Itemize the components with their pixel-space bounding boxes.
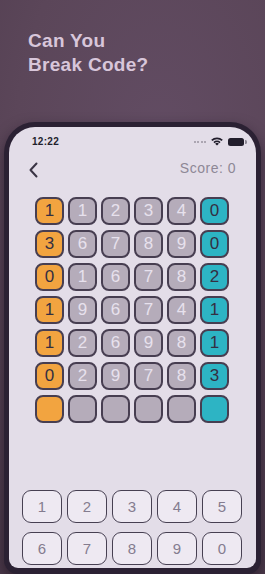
grid-cell-r7c4[interactable]: [134, 395, 163, 423]
grid-cell-r1c5[interactable]: 4: [167, 197, 196, 225]
grid-cell-r5c1: 1: [35, 329, 64, 357]
grid-cell-r5c6: 1: [200, 329, 229, 357]
marketing-title-line2: Break Code?: [28, 53, 149, 77]
code-grid: 112340367890016782196741126981029783: [35, 197, 229, 423]
grid-cell-r1c2[interactable]: 1: [68, 197, 97, 225]
keypad-button-3[interactable]: 3: [112, 490, 152, 523]
grid-cell-r4c2[interactable]: 9: [68, 296, 97, 324]
keypad-button-9[interactable]: 9: [157, 532, 197, 565]
grid-cell-r7c2[interactable]: [68, 395, 97, 423]
grid-cell-r5c5[interactable]: 8: [167, 329, 196, 357]
keypad-button-0[interactable]: 0: [202, 532, 242, 565]
marketing-title-line1: Can You: [28, 29, 149, 53]
grid-cell-r4c1: 1: [35, 296, 64, 324]
grid-cell-r4c5[interactable]: 4: [167, 296, 196, 324]
grid-cell-r3c2[interactable]: 1: [68, 263, 97, 291]
grid-cell-r3c1: 0: [35, 263, 64, 291]
grid-cell-r3c6: 2: [200, 263, 229, 291]
grid-cell-r7c1: [35, 395, 64, 423]
grid-cell-r6c1: 0: [35, 362, 64, 390]
keypad-button-7[interactable]: 7: [67, 532, 107, 565]
grid-cell-r3c3[interactable]: 6: [101, 263, 130, 291]
keypad-button-1[interactable]: 1: [22, 490, 62, 523]
grid-cell-r7c5[interactable]: [167, 395, 196, 423]
grid-cell-r6c5[interactable]: 8: [167, 362, 196, 390]
chevron-left-icon: [24, 160, 44, 180]
grid-cell-r2c3[interactable]: 7: [101, 230, 130, 258]
battery-icon: [228, 138, 244, 146]
keypad-button-8[interactable]: 8: [112, 532, 152, 565]
keypad-button-6[interactable]: 6: [22, 532, 62, 565]
grid-cell-r1c3[interactable]: 2: [101, 197, 130, 225]
keypad-button-4[interactable]: 4: [157, 490, 197, 523]
back-button[interactable]: [24, 160, 44, 180]
keypad-button-5[interactable]: 5: [202, 490, 242, 523]
grid-cell-r7c3[interactable]: [101, 395, 130, 423]
grid-cell-r3c5[interactable]: 8: [167, 263, 196, 291]
grid-cell-r6c6: 3: [200, 362, 229, 390]
keypad-button-2[interactable]: 2: [67, 490, 107, 523]
status-bar: 12:22: [9, 135, 256, 151]
grid-cell-r2c4[interactable]: 8: [134, 230, 163, 258]
grid-cell-r2c5[interactable]: 9: [167, 230, 196, 258]
marketing-title: Can You Break Code?: [28, 29, 149, 77]
grid-cell-r1c1: 1: [35, 197, 64, 225]
grid-cell-r5c4[interactable]: 9: [134, 329, 163, 357]
status-icons: [194, 137, 245, 147]
grid-cell-r4c6: 1: [200, 296, 229, 324]
score-label: Score: 0: [180, 160, 236, 176]
grid-cell-r2c1: 3: [35, 230, 64, 258]
grid-cell-r1c6: 0: [200, 197, 229, 225]
wifi-icon: [210, 137, 224, 147]
grid-cell-r5c2[interactable]: 2: [68, 329, 97, 357]
grid-cell-r2c6: 0: [200, 230, 229, 258]
grid-cell-r6c3[interactable]: 9: [101, 362, 130, 390]
grid-cell-r1c4[interactable]: 3: [134, 197, 163, 225]
grid-cell-r3c4[interactable]: 7: [134, 263, 163, 291]
grid-cell-r4c4[interactable]: 7: [134, 296, 163, 324]
grid-cell-r6c4[interactable]: 7: [134, 362, 163, 390]
cellular-signal-icon: [194, 141, 207, 143]
grid-cell-r2c2[interactable]: 6: [68, 230, 97, 258]
grid-cell-r4c3[interactable]: 6: [101, 296, 130, 324]
game-header: Score: 0: [9, 157, 256, 183]
grid-cell-r6c2[interactable]: 2: [68, 362, 97, 390]
grid-cell-r5c3[interactable]: 6: [101, 329, 130, 357]
grid-cell-r7c6: [200, 395, 229, 423]
status-time: 12:22: [32, 136, 59, 147]
phone-screen: 12:22 Score: 0 1123403678900167821967411…: [9, 127, 256, 568]
app-store-screenshot: Can You Break Code? 12:22 Scor: [0, 0, 265, 574]
keypad: 1234567890: [22, 490, 242, 565]
